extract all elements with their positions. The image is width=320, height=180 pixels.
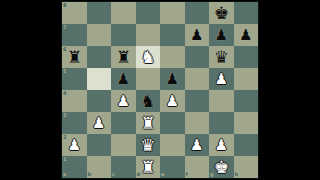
rank-label-5: 5 bbox=[63, 69, 66, 74]
square-g8[interactable]: ♚ bbox=[209, 2, 234, 24]
square-h2[interactable] bbox=[234, 134, 259, 156]
square-h8[interactable] bbox=[234, 2, 259, 24]
square-f4[interactable] bbox=[185, 90, 210, 112]
white-pawn: ♟ bbox=[62, 134, 87, 156]
square-c8[interactable] bbox=[111, 2, 136, 24]
square-f5[interactable] bbox=[185, 68, 210, 90]
square-f2[interactable]: ♟ bbox=[185, 134, 210, 156]
black-knight: ♞ bbox=[136, 90, 161, 112]
square-e7[interactable] bbox=[160, 24, 185, 46]
square-d4[interactable]: ♞ bbox=[136, 90, 161, 112]
file-label-a: a bbox=[63, 172, 66, 177]
black-pawn: ♟ bbox=[160, 68, 185, 90]
square-h5[interactable] bbox=[234, 68, 259, 90]
square-b7[interactable] bbox=[87, 24, 112, 46]
square-a3[interactable]: 3 bbox=[62, 112, 87, 134]
file-label-b: b bbox=[88, 172, 92, 177]
rank-label-6: 6 bbox=[63, 47, 66, 52]
black-pawn: ♟ bbox=[209, 24, 234, 46]
square-h7[interactable]: ♟ bbox=[234, 24, 259, 46]
square-h3[interactable] bbox=[234, 112, 259, 134]
square-e4[interactable]: ♟ bbox=[160, 90, 185, 112]
square-c6[interactable]: ♜ bbox=[111, 46, 136, 68]
square-c7[interactable] bbox=[111, 24, 136, 46]
white-king: ♚ bbox=[209, 156, 234, 178]
square-e6[interactable] bbox=[160, 46, 185, 68]
square-g2[interactable]: ♟ bbox=[209, 134, 234, 156]
square-e8[interactable] bbox=[160, 2, 185, 24]
black-pawn: ♟ bbox=[111, 68, 136, 90]
square-c1[interactable]: c bbox=[111, 156, 136, 178]
white-pawn: ♟ bbox=[87, 112, 112, 134]
rank-label-1: 1 bbox=[63, 157, 66, 162]
square-d6[interactable]: ♞ bbox=[136, 46, 161, 68]
square-c5[interactable]: ♟ bbox=[111, 68, 136, 90]
square-g7[interactable]: ♟ bbox=[209, 24, 234, 46]
file-label-d: d bbox=[137, 172, 141, 177]
square-a4[interactable]: 4 bbox=[62, 90, 87, 112]
square-g1[interactable]: g♚ bbox=[209, 156, 234, 178]
black-rook: ♜ bbox=[62, 46, 87, 68]
square-b3[interactable]: ♟ bbox=[87, 112, 112, 134]
square-h4[interactable] bbox=[234, 90, 259, 112]
square-g6[interactable]: ♛ bbox=[209, 46, 234, 68]
white-pawn: ♟ bbox=[209, 134, 234, 156]
square-h6[interactable] bbox=[234, 46, 259, 68]
black-king: ♚ bbox=[209, 2, 234, 24]
square-a1[interactable]: 1a bbox=[62, 156, 87, 178]
square-d5[interactable] bbox=[136, 68, 161, 90]
square-d2[interactable]: ♛ bbox=[136, 134, 161, 156]
square-h1[interactable]: h bbox=[234, 156, 259, 178]
square-e5[interactable]: ♟ bbox=[160, 68, 185, 90]
square-c4[interactable]: ♟ bbox=[111, 90, 136, 112]
white-rook: ♜ bbox=[136, 112, 161, 134]
file-label-h: h bbox=[235, 172, 239, 177]
square-f8[interactable] bbox=[185, 2, 210, 24]
square-a5[interactable]: 5 bbox=[62, 68, 87, 90]
square-b2[interactable] bbox=[87, 134, 112, 156]
rank-label-8: 8 bbox=[63, 3, 66, 8]
file-label-c: c bbox=[112, 172, 115, 177]
square-b6[interactable] bbox=[87, 46, 112, 68]
rank-label-7: 7 bbox=[63, 25, 66, 30]
square-e1[interactable]: e bbox=[160, 156, 185, 178]
white-pawn: ♟ bbox=[185, 134, 210, 156]
square-f6[interactable] bbox=[185, 46, 210, 68]
file-label-f: f bbox=[186, 172, 188, 177]
square-b4[interactable] bbox=[87, 90, 112, 112]
white-pawn: ♟ bbox=[209, 68, 234, 90]
square-f1[interactable]: f bbox=[185, 156, 210, 178]
file-label-e: e bbox=[161, 172, 164, 177]
square-g4[interactable] bbox=[209, 90, 234, 112]
square-e3[interactable] bbox=[160, 112, 185, 134]
white-queen: ♛ bbox=[136, 134, 161, 156]
chess-board: 8♚7♟♟♟6♜♜♞♛5♟♟♟4♟♞♟3♟♜2♟♛♟♟1abcd♜efg♚h bbox=[62, 2, 258, 178]
square-e2[interactable] bbox=[160, 134, 185, 156]
square-a7[interactable]: 7 bbox=[62, 24, 87, 46]
square-b8[interactable] bbox=[87, 2, 112, 24]
square-b5[interactable] bbox=[87, 68, 112, 90]
square-d7[interactable] bbox=[136, 24, 161, 46]
white-pawn: ♟ bbox=[111, 90, 136, 112]
white-knight: ♞ bbox=[136, 46, 161, 68]
square-c3[interactable] bbox=[111, 112, 136, 134]
app-background: 8♚7♟♟♟6♜♜♞♛5♟♟♟4♟♞♟3♟♜2♟♛♟♟1abcd♜efg♚h bbox=[0, 0, 320, 180]
square-f7[interactable]: ♟ bbox=[185, 24, 210, 46]
rank-label-3: 3 bbox=[63, 113, 66, 118]
square-c2[interactable] bbox=[111, 134, 136, 156]
rank-label-2: 2 bbox=[63, 135, 66, 140]
square-g3[interactable] bbox=[209, 112, 234, 134]
black-pawn: ♟ bbox=[234, 24, 259, 46]
square-d1[interactable]: d♜ bbox=[136, 156, 161, 178]
black-rook: ♜ bbox=[111, 46, 136, 68]
white-rook: ♜ bbox=[136, 156, 161, 178]
square-a6[interactable]: 6♜ bbox=[62, 46, 87, 68]
square-b1[interactable]: b bbox=[87, 156, 112, 178]
square-f3[interactable] bbox=[185, 112, 210, 134]
square-a8[interactable]: 8 bbox=[62, 2, 87, 24]
rank-label-4: 4 bbox=[63, 91, 66, 96]
square-a2[interactable]: 2♟ bbox=[62, 134, 87, 156]
white-pawn: ♟ bbox=[160, 90, 185, 112]
square-d3[interactable]: ♜ bbox=[136, 112, 161, 134]
square-g5[interactable]: ♟ bbox=[209, 68, 234, 90]
black-queen: ♛ bbox=[209, 46, 234, 68]
square-d8[interactable] bbox=[136, 2, 161, 24]
black-pawn: ♟ bbox=[185, 24, 210, 46]
file-label-g: g bbox=[210, 172, 214, 177]
